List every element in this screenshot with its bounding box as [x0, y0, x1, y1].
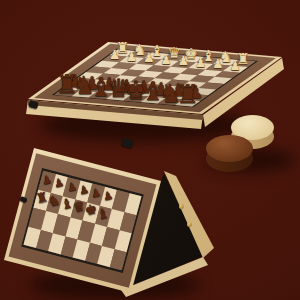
folded-board-pinstripe — [21, 168, 144, 273]
dark-checker-piece — [206, 135, 253, 172]
checker-top — [206, 135, 253, 162]
folded-board-walnut-border — [9, 153, 157, 287]
open-board-walnut-border — [34, 44, 276, 113]
open-chess-board — [28, 42, 282, 114]
brass-pin-icon — [187, 222, 192, 227]
latch-icon — [121, 138, 134, 148]
scene: ♜♞♝♛♚♝♞♜♟♟♟♟♟♟♟♟♟♟♟♟♟♟♟♟♜♞♝♛♚♝♞♜♟♟♟♟♟♟♜♞… — [0, 0, 300, 300]
folded-board-grid — [23, 171, 141, 270]
brass-pin-icon — [179, 204, 184, 209]
open-board-grid — [54, 49, 255, 106]
